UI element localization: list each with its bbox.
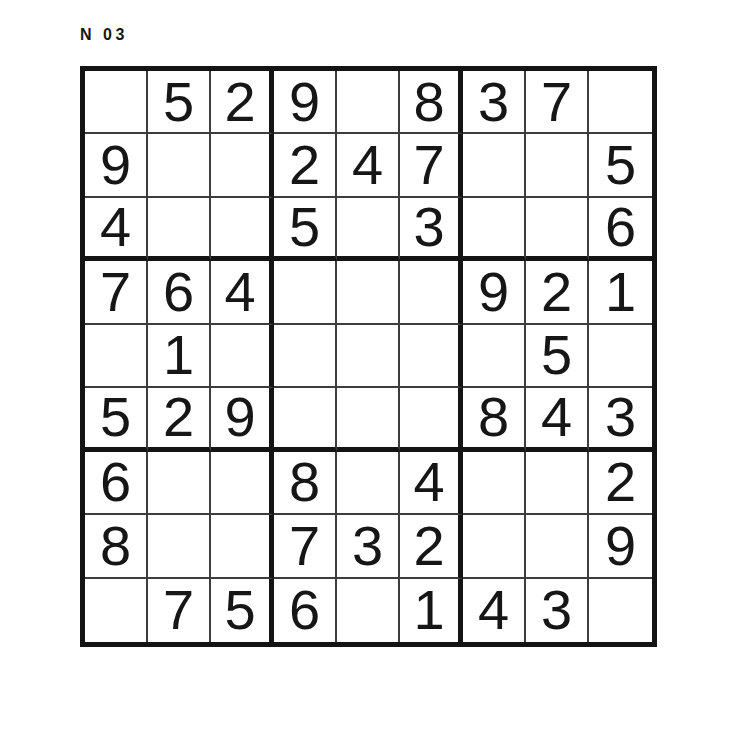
sudoku-board: 5298379247545367649211552984368428732975… (80, 66, 657, 647)
cell-r7c5[interactable] (337, 452, 400, 515)
cell-r5c4[interactable] (274, 325, 337, 388)
cell-r9c3[interactable]: 5 (211, 579, 274, 642)
cell-r9c1[interactable] (85, 579, 148, 642)
cell-r3c9[interactable]: 6 (589, 198, 652, 261)
cell-r2c3[interactable] (211, 134, 274, 197)
cell-r2c1[interactable]: 9 (85, 134, 148, 197)
puzzle-number-label: N 03 (80, 26, 128, 44)
cell-r4c1[interactable]: 7 (85, 261, 148, 324)
cell-r2c8[interactable] (526, 134, 589, 197)
cell-r9c9[interactable] (589, 579, 652, 642)
cell-r7c6[interactable]: 4 (400, 452, 463, 515)
cell-r1c5[interactable] (337, 71, 400, 134)
cell-r4c6[interactable] (400, 261, 463, 324)
cell-r5c6[interactable] (400, 325, 463, 388)
cell-r9c8[interactable]: 3 (526, 579, 589, 642)
cell-r1c4[interactable]: 9 (274, 71, 337, 134)
cell-r6c1[interactable]: 5 (85, 388, 148, 451)
cell-r6c6[interactable] (400, 388, 463, 451)
cell-r5c1[interactable] (85, 325, 148, 388)
cell-r4c7[interactable]: 9 (463, 261, 526, 324)
cell-r9c5[interactable] (337, 579, 400, 642)
cell-r3c6[interactable]: 3 (400, 198, 463, 261)
cell-r4c8[interactable]: 2 (526, 261, 589, 324)
cell-r6c2[interactable]: 2 (148, 388, 211, 451)
cell-r8c7[interactable] (463, 515, 526, 578)
cell-r4c9[interactable]: 1 (589, 261, 652, 324)
cell-r3c2[interactable] (148, 198, 211, 261)
cell-r7c8[interactable] (526, 452, 589, 515)
cell-r2c6[interactable]: 7 (400, 134, 463, 197)
cell-r6c8[interactable]: 4 (526, 388, 589, 451)
cell-r9c6[interactable]: 1 (400, 579, 463, 642)
cell-r5c7[interactable] (463, 325, 526, 388)
cell-r5c3[interactable] (211, 325, 274, 388)
cell-r9c4[interactable]: 6 (274, 579, 337, 642)
cell-r2c7[interactable] (463, 134, 526, 197)
cell-r8c2[interactable] (148, 515, 211, 578)
cell-r7c7[interactable] (463, 452, 526, 515)
cell-r4c4[interactable] (274, 261, 337, 324)
cell-r1c9[interactable] (589, 71, 652, 134)
cell-r4c5[interactable] (337, 261, 400, 324)
cell-r2c2[interactable] (148, 134, 211, 197)
cell-r3c1[interactable]: 4 (85, 198, 148, 261)
page: { "game": "sudoku", "label": "N 03", "po… (0, 0, 737, 737)
cell-r1c1[interactable] (85, 71, 148, 134)
cell-r7c1[interactable]: 6 (85, 452, 148, 515)
cell-r1c7[interactable]: 3 (463, 71, 526, 134)
cell-r8c4[interactable]: 7 (274, 515, 337, 578)
cell-r1c3[interactable]: 2 (211, 71, 274, 134)
cell-r2c5[interactable]: 4 (337, 134, 400, 197)
cell-r8c5[interactable]: 3 (337, 515, 400, 578)
cell-r6c3[interactable]: 9 (211, 388, 274, 451)
cell-r8c8[interactable] (526, 515, 589, 578)
cell-r8c9[interactable]: 9 (589, 515, 652, 578)
cell-r7c4[interactable]: 8 (274, 452, 337, 515)
cell-r4c3[interactable]: 4 (211, 261, 274, 324)
cell-r3c7[interactable] (463, 198, 526, 261)
cell-r5c5[interactable] (337, 325, 400, 388)
cell-r3c8[interactable] (526, 198, 589, 261)
cell-r5c8[interactable]: 5 (526, 325, 589, 388)
cell-r6c5[interactable] (337, 388, 400, 451)
cell-r7c3[interactable] (211, 452, 274, 515)
cell-r4c2[interactable]: 6 (148, 261, 211, 324)
cell-r5c9[interactable] (589, 325, 652, 388)
cell-r2c4[interactable]: 2 (274, 134, 337, 197)
cell-r2c9[interactable]: 5 (589, 134, 652, 197)
cell-r3c5[interactable] (337, 198, 400, 261)
cell-r6c9[interactable]: 3 (589, 388, 652, 451)
cell-r9c7[interactable]: 4 (463, 579, 526, 642)
cell-r1c6[interactable]: 8 (400, 71, 463, 134)
cell-r1c8[interactable]: 7 (526, 71, 589, 134)
cell-r6c4[interactable] (274, 388, 337, 451)
cell-r3c3[interactable] (211, 198, 274, 261)
cell-r3c4[interactable]: 5 (274, 198, 337, 261)
cell-r7c2[interactable] (148, 452, 211, 515)
cell-r9c2[interactable]: 7 (148, 579, 211, 642)
cell-r8c6[interactable]: 2 (400, 515, 463, 578)
cell-r1c2[interactable]: 5 (148, 71, 211, 134)
cell-r8c3[interactable] (211, 515, 274, 578)
cell-r7c9[interactable]: 2 (589, 452, 652, 515)
cell-r6c7[interactable]: 8 (463, 388, 526, 451)
cell-r8c1[interactable]: 8 (85, 515, 148, 578)
cell-r5c2[interactable]: 1 (148, 325, 211, 388)
